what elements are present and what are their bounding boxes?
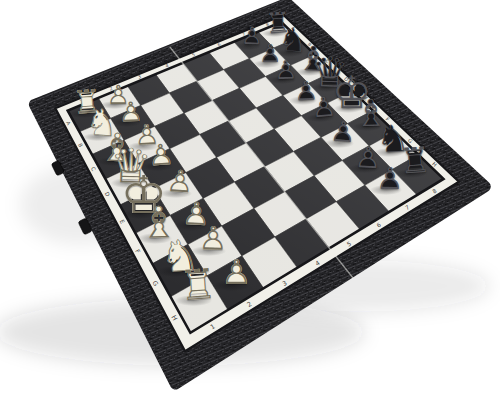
chess-board: AABBCCDDEEFFGGHH8877665544332211	[0, 0, 500, 400]
chess-set-photo: AABBCCDDEEFFGGHH8877665544332211 ♜♖♟♙♞♘♟…	[0, 0, 500, 400]
board-svg: AABBCCDDEEFFGGHH8877665544332211	[0, 0, 500, 400]
